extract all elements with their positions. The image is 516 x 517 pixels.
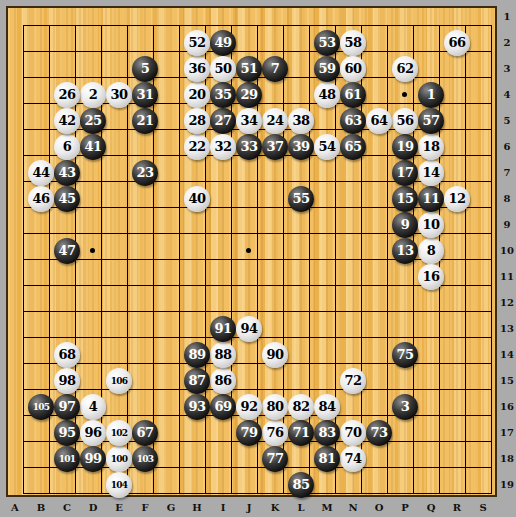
stone-white-34-J5[interactable]: 34	[236, 108, 262, 134]
stone-white-62-P3[interactable]: 62	[392, 56, 418, 82]
move-number: 80	[266, 394, 283, 420]
stone-white-42-C5[interactable]: 42	[54, 108, 80, 134]
move-number: 48	[318, 82, 335, 108]
move-number: 7	[271, 56, 280, 82]
stone-black-25-D5[interactable]: 25	[80, 108, 106, 134]
move-number: 96	[84, 420, 101, 446]
stone-black-81-M18[interactable]: 81	[314, 446, 340, 472]
row-label-9: 9	[499, 219, 515, 231]
stone-black-55-L8[interactable]: 55	[288, 186, 314, 212]
move-number: 91	[214, 316, 231, 342]
move-number: 63	[344, 108, 361, 134]
stone-white-102-E17[interactable]: 102	[106, 420, 132, 446]
column-label-Q: Q	[423, 502, 439, 514]
stone-white-48-M4[interactable]: 48	[314, 82, 340, 108]
column-label-E: E	[111, 502, 127, 514]
move-number: 77	[266, 446, 283, 472]
move-number: 22	[188, 134, 205, 160]
stone-white-88-I14[interactable]: 88	[210, 342, 236, 368]
move-number: 73	[370, 420, 387, 446]
stone-black-9-P9[interactable]: 9	[392, 212, 418, 238]
stone-white-10-Q9[interactable]: 10	[418, 212, 444, 238]
move-number: 27	[214, 108, 231, 134]
move-number: 55	[292, 186, 309, 212]
stone-white-24-K5[interactable]: 24	[262, 108, 288, 134]
stone-black-53-M2[interactable]: 53	[314, 30, 340, 56]
move-number: 67	[136, 420, 153, 446]
stone-white-90-K14[interactable]: 90	[262, 342, 288, 368]
stones-layer: 1234567891011121314151617181920212223242…	[2, 4, 496, 498]
move-number: 36	[188, 56, 205, 82]
row-label-5: 5	[499, 115, 515, 127]
stone-black-27-I5[interactable]: 27	[210, 108, 236, 134]
move-number: 58	[344, 30, 361, 56]
move-number: 57	[422, 108, 439, 134]
stone-black-85-L19[interactable]: 85	[288, 472, 314, 498]
move-number: 21	[136, 108, 153, 134]
stone-black-91-I13[interactable]: 91	[210, 316, 236, 342]
move-number: 32	[214, 134, 231, 160]
stone-white-56-P5[interactable]: 56	[392, 108, 418, 134]
move-number: 90	[266, 342, 283, 368]
move-number: 10	[422, 212, 439, 238]
move-number: 9	[401, 212, 410, 238]
move-number: 46	[32, 186, 49, 212]
move-number: 28	[188, 108, 205, 134]
column-label-M: M	[319, 502, 335, 514]
stone-white-68-C14[interactable]: 68	[54, 342, 80, 368]
stone-white-46-B8[interactable]: 46	[28, 186, 54, 212]
move-number: 105	[33, 394, 49, 420]
stone-black-15-P8[interactable]: 15	[392, 186, 418, 212]
stone-white-6-C6[interactable]: 6	[54, 134, 80, 160]
move-number: 82	[292, 394, 309, 420]
stone-black-79-J17[interactable]: 79	[236, 420, 262, 446]
stone-white-28-H5[interactable]: 28	[184, 108, 210, 134]
move-number: 34	[240, 108, 257, 134]
stone-white-100-E18[interactable]: 100	[106, 446, 132, 472]
stone-black-43-C7[interactable]: 43	[54, 160, 80, 186]
stone-black-89-H14[interactable]: 89	[184, 342, 210, 368]
stone-black-31-F4[interactable]: 31	[132, 82, 158, 108]
stone-white-66-R2[interactable]: 66	[444, 30, 470, 56]
move-number: 92	[240, 394, 257, 420]
move-number: 11	[422, 186, 439, 212]
stone-black-87-H15[interactable]: 87	[184, 368, 210, 394]
stone-black-57-Q5[interactable]: 57	[418, 108, 444, 134]
column-label-B: B	[33, 502, 49, 514]
move-number: 8	[427, 238, 436, 264]
move-number: 14	[422, 160, 439, 186]
move-number: 50	[214, 56, 231, 82]
move-number: 106	[111, 368, 127, 394]
move-number: 25	[84, 108, 101, 134]
stone-white-36-H3[interactable]: 36	[184, 56, 210, 82]
column-label-N: N	[345, 502, 361, 514]
move-number: 43	[58, 160, 75, 186]
move-number: 101	[59, 446, 75, 472]
stone-black-77-K18[interactable]: 77	[262, 446, 288, 472]
move-number: 97	[58, 394, 75, 420]
move-number: 99	[84, 446, 101, 472]
move-number: 47	[58, 238, 75, 264]
row-label-8: 8	[499, 193, 515, 205]
move-number: 87	[188, 368, 205, 394]
move-number: 45	[58, 186, 75, 212]
stone-black-35-I4[interactable]: 35	[210, 82, 236, 108]
stone-black-105-B16[interactable]: 105	[28, 394, 54, 420]
move-number: 44	[32, 160, 49, 186]
move-number: 84	[318, 394, 335, 420]
stone-white-60-N3[interactable]: 60	[340, 56, 366, 82]
row-label-14: 14	[499, 349, 515, 361]
move-number: 89	[188, 342, 205, 368]
move-number: 31	[136, 82, 153, 108]
move-number: 2	[89, 82, 98, 108]
move-number: 20	[188, 82, 205, 108]
stone-black-41-D6[interactable]: 41	[80, 134, 106, 160]
stone-white-8-Q10[interactable]: 8	[418, 238, 444, 264]
move-number: 103	[137, 446, 153, 472]
column-label-H: H	[189, 502, 205, 514]
column-label-D: D	[85, 502, 101, 514]
column-label-C: C	[59, 502, 75, 514]
stone-black-95-C17[interactable]: 95	[54, 420, 80, 446]
move-number: 19	[396, 134, 413, 160]
stone-white-98-C15[interactable]: 98	[54, 368, 80, 394]
row-label-2: 2	[499, 37, 515, 49]
column-label-J: J	[241, 502, 257, 514]
move-number: 68	[58, 342, 75, 368]
column-label-F: F	[137, 502, 153, 514]
move-number: 42	[58, 108, 75, 134]
move-number: 52	[188, 30, 205, 56]
stone-white-58-N2[interactable]: 58	[340, 30, 366, 56]
move-number: 30	[110, 82, 127, 108]
move-number: 12	[448, 186, 465, 212]
stone-black-21-F5[interactable]: 21	[132, 108, 158, 134]
column-label-I: I	[215, 502, 231, 514]
stone-white-14-Q7[interactable]: 14	[418, 160, 444, 186]
column-label-A: A	[7, 502, 23, 514]
stone-black-69-I16[interactable]: 69	[210, 394, 236, 420]
move-number: 17	[396, 160, 413, 186]
move-number: 104	[111, 472, 127, 498]
row-label-16: 16	[499, 401, 515, 413]
stone-white-64-O5[interactable]: 64	[366, 108, 392, 134]
stone-white-50-I3[interactable]: 50	[210, 56, 236, 82]
move-number: 75	[396, 342, 413, 368]
move-number: 100	[111, 446, 127, 472]
column-label-P: P	[397, 502, 413, 514]
move-number: 62	[396, 56, 413, 82]
column-label-O: O	[371, 502, 387, 514]
move-number: 85	[292, 472, 309, 498]
move-number: 86	[214, 368, 231, 394]
stone-black-29-J4[interactable]: 29	[236, 82, 262, 108]
move-number: 56	[396, 108, 413, 134]
stone-white-76-K17[interactable]: 76	[262, 420, 288, 446]
stone-black-13-P10[interactable]: 13	[392, 238, 418, 264]
move-number: 26	[58, 82, 75, 108]
move-number: 60	[344, 56, 361, 82]
move-number: 102	[111, 420, 127, 446]
stone-white-94-J13[interactable]: 94	[236, 316, 262, 342]
stone-black-23-F7[interactable]: 23	[132, 160, 158, 186]
stone-white-106-E15[interactable]: 106	[106, 368, 132, 394]
stone-white-74-N18[interactable]: 74	[340, 446, 366, 472]
stone-white-4-D16[interactable]: 4	[80, 394, 106, 420]
stone-white-2-D4[interactable]: 2	[80, 82, 106, 108]
stone-black-101-C18[interactable]: 101	[54, 446, 80, 472]
move-number: 15	[396, 186, 413, 212]
move-number: 23	[136, 160, 153, 186]
column-label-L: L	[293, 502, 309, 514]
stone-black-65-N6[interactable]: 65	[340, 134, 366, 160]
move-number: 65	[344, 134, 361, 160]
row-label-10: 10	[499, 245, 515, 257]
row-label-3: 3	[499, 63, 515, 75]
stone-white-96-D17[interactable]: 96	[80, 420, 106, 446]
stone-black-51-J3[interactable]: 51	[236, 56, 262, 82]
row-label-6: 6	[499, 141, 515, 153]
move-number: 61	[344, 82, 361, 108]
move-number: 79	[240, 420, 257, 446]
move-number: 83	[318, 420, 335, 446]
stone-white-16-Q11[interactable]: 16	[418, 264, 444, 290]
move-number: 94	[240, 316, 257, 342]
move-number: 29	[240, 82, 257, 108]
stone-white-70-N17[interactable]: 70	[340, 420, 366, 446]
column-label-G: G	[163, 502, 179, 514]
stone-white-30-E4[interactable]: 30	[106, 82, 132, 108]
stone-black-33-J6[interactable]: 33	[236, 134, 262, 160]
stone-black-63-N5[interactable]: 63	[340, 108, 366, 134]
stone-black-73-O17[interactable]: 73	[366, 420, 392, 446]
move-number: 70	[344, 420, 361, 446]
move-number: 16	[422, 264, 439, 290]
stone-black-3-P16[interactable]: 3	[392, 394, 418, 420]
stone-white-38-L5[interactable]: 38	[288, 108, 314, 134]
move-number: 4	[89, 394, 98, 420]
stone-black-49-I2[interactable]: 49	[210, 30, 236, 56]
move-number: 49	[214, 30, 231, 56]
move-number: 93	[188, 394, 205, 420]
move-number: 41	[84, 134, 101, 160]
stone-white-44-B7[interactable]: 44	[28, 160, 54, 186]
stone-black-11-Q8[interactable]: 11	[418, 186, 444, 212]
move-number: 81	[318, 446, 335, 472]
stone-black-93-H16[interactable]: 93	[184, 394, 210, 420]
move-number: 71	[292, 420, 309, 446]
stone-white-12-R8[interactable]: 12	[444, 186, 470, 212]
move-number: 5	[141, 56, 150, 82]
stone-black-99-D18[interactable]: 99	[80, 446, 106, 472]
move-number: 66	[448, 30, 465, 56]
stone-black-103-F18[interactable]: 103	[132, 446, 158, 472]
move-number: 37	[266, 134, 283, 160]
stone-black-7-K3[interactable]: 7	[262, 56, 288, 82]
stone-white-40-H8[interactable]: 40	[184, 186, 210, 212]
move-number: 69	[214, 394, 231, 420]
move-number: 13	[396, 238, 413, 264]
stone-white-32-I6[interactable]: 32	[210, 134, 236, 160]
stone-white-22-H6[interactable]: 22	[184, 134, 210, 160]
column-label-S: S	[475, 502, 491, 514]
row-label-13: 13	[499, 323, 515, 335]
stone-white-82-L16[interactable]: 82	[288, 394, 314, 420]
move-number: 53	[318, 30, 335, 56]
row-label-18: 18	[499, 453, 515, 465]
stone-white-80-K16[interactable]: 80	[262, 394, 288, 420]
move-number: 51	[240, 56, 257, 82]
row-label-4: 4	[499, 89, 515, 101]
move-number: 88	[214, 342, 231, 368]
stone-black-59-M3[interactable]: 59	[314, 56, 340, 82]
stone-black-83-M17[interactable]: 83	[314, 420, 340, 446]
move-number: 74	[344, 446, 361, 472]
stone-black-45-C8[interactable]: 45	[54, 186, 80, 212]
column-label-R: R	[449, 502, 465, 514]
stone-black-67-F17[interactable]: 67	[132, 420, 158, 446]
stone-black-39-L6[interactable]: 39	[288, 134, 314, 160]
stone-white-54-M6[interactable]: 54	[314, 134, 340, 160]
stone-white-20-H4[interactable]: 20	[184, 82, 210, 108]
stone-black-37-K6[interactable]: 37	[262, 134, 288, 160]
move-number: 54	[318, 134, 335, 160]
stone-white-104-E19[interactable]: 104	[106, 472, 132, 498]
row-label-1: 1	[499, 11, 515, 23]
move-number: 18	[422, 134, 439, 160]
stone-black-1-Q4[interactable]: 1	[418, 82, 444, 108]
move-number: 95	[58, 420, 75, 446]
move-number: 3	[401, 394, 410, 420]
row-label-17: 17	[499, 427, 515, 439]
row-label-12: 12	[499, 297, 515, 309]
stone-black-19-P6[interactable]: 19	[392, 134, 418, 160]
stone-white-72-N15[interactable]: 72	[340, 368, 366, 394]
move-number: 59	[318, 56, 335, 82]
move-number: 64	[370, 108, 387, 134]
move-number: 38	[292, 108, 309, 134]
stone-black-71-L17[interactable]: 71	[288, 420, 314, 446]
stone-black-17-P7[interactable]: 17	[392, 160, 418, 186]
stone-white-92-J16[interactable]: 92	[236, 394, 262, 420]
stone-white-18-Q6[interactable]: 18	[418, 134, 444, 160]
move-number: 1	[427, 82, 436, 108]
move-number: 33	[240, 134, 257, 160]
move-number: 24	[266, 108, 283, 134]
row-label-19: 19	[499, 479, 515, 491]
go-kifu-window: 1234567891011121314151617181920212223242…	[0, 0, 516, 517]
move-number: 40	[188, 186, 205, 212]
move-number: 35	[214, 82, 231, 108]
stone-black-97-C16[interactable]: 97	[54, 394, 80, 420]
stone-black-75-P14[interactable]: 75	[392, 342, 418, 368]
stone-black-5-F3[interactable]: 5	[132, 56, 158, 82]
stone-black-61-N4[interactable]: 61	[340, 82, 366, 108]
row-label-7: 7	[499, 167, 515, 179]
column-label-K: K	[267, 502, 283, 514]
row-label-11: 11	[499, 271, 515, 283]
move-number: 6	[63, 134, 72, 160]
move-number: 39	[292, 134, 309, 160]
move-number: 72	[344, 368, 361, 394]
move-number: 76	[266, 420, 283, 446]
stone-white-52-H2[interactable]: 52	[184, 30, 210, 56]
stone-white-86-I15[interactable]: 86	[210, 368, 236, 394]
move-number: 98	[58, 368, 75, 394]
stone-white-84-M16[interactable]: 84	[314, 394, 340, 420]
stone-white-26-C4[interactable]: 26	[54, 82, 80, 108]
row-label-15: 15	[499, 375, 515, 387]
stone-black-47-C10[interactable]: 47	[54, 238, 80, 264]
